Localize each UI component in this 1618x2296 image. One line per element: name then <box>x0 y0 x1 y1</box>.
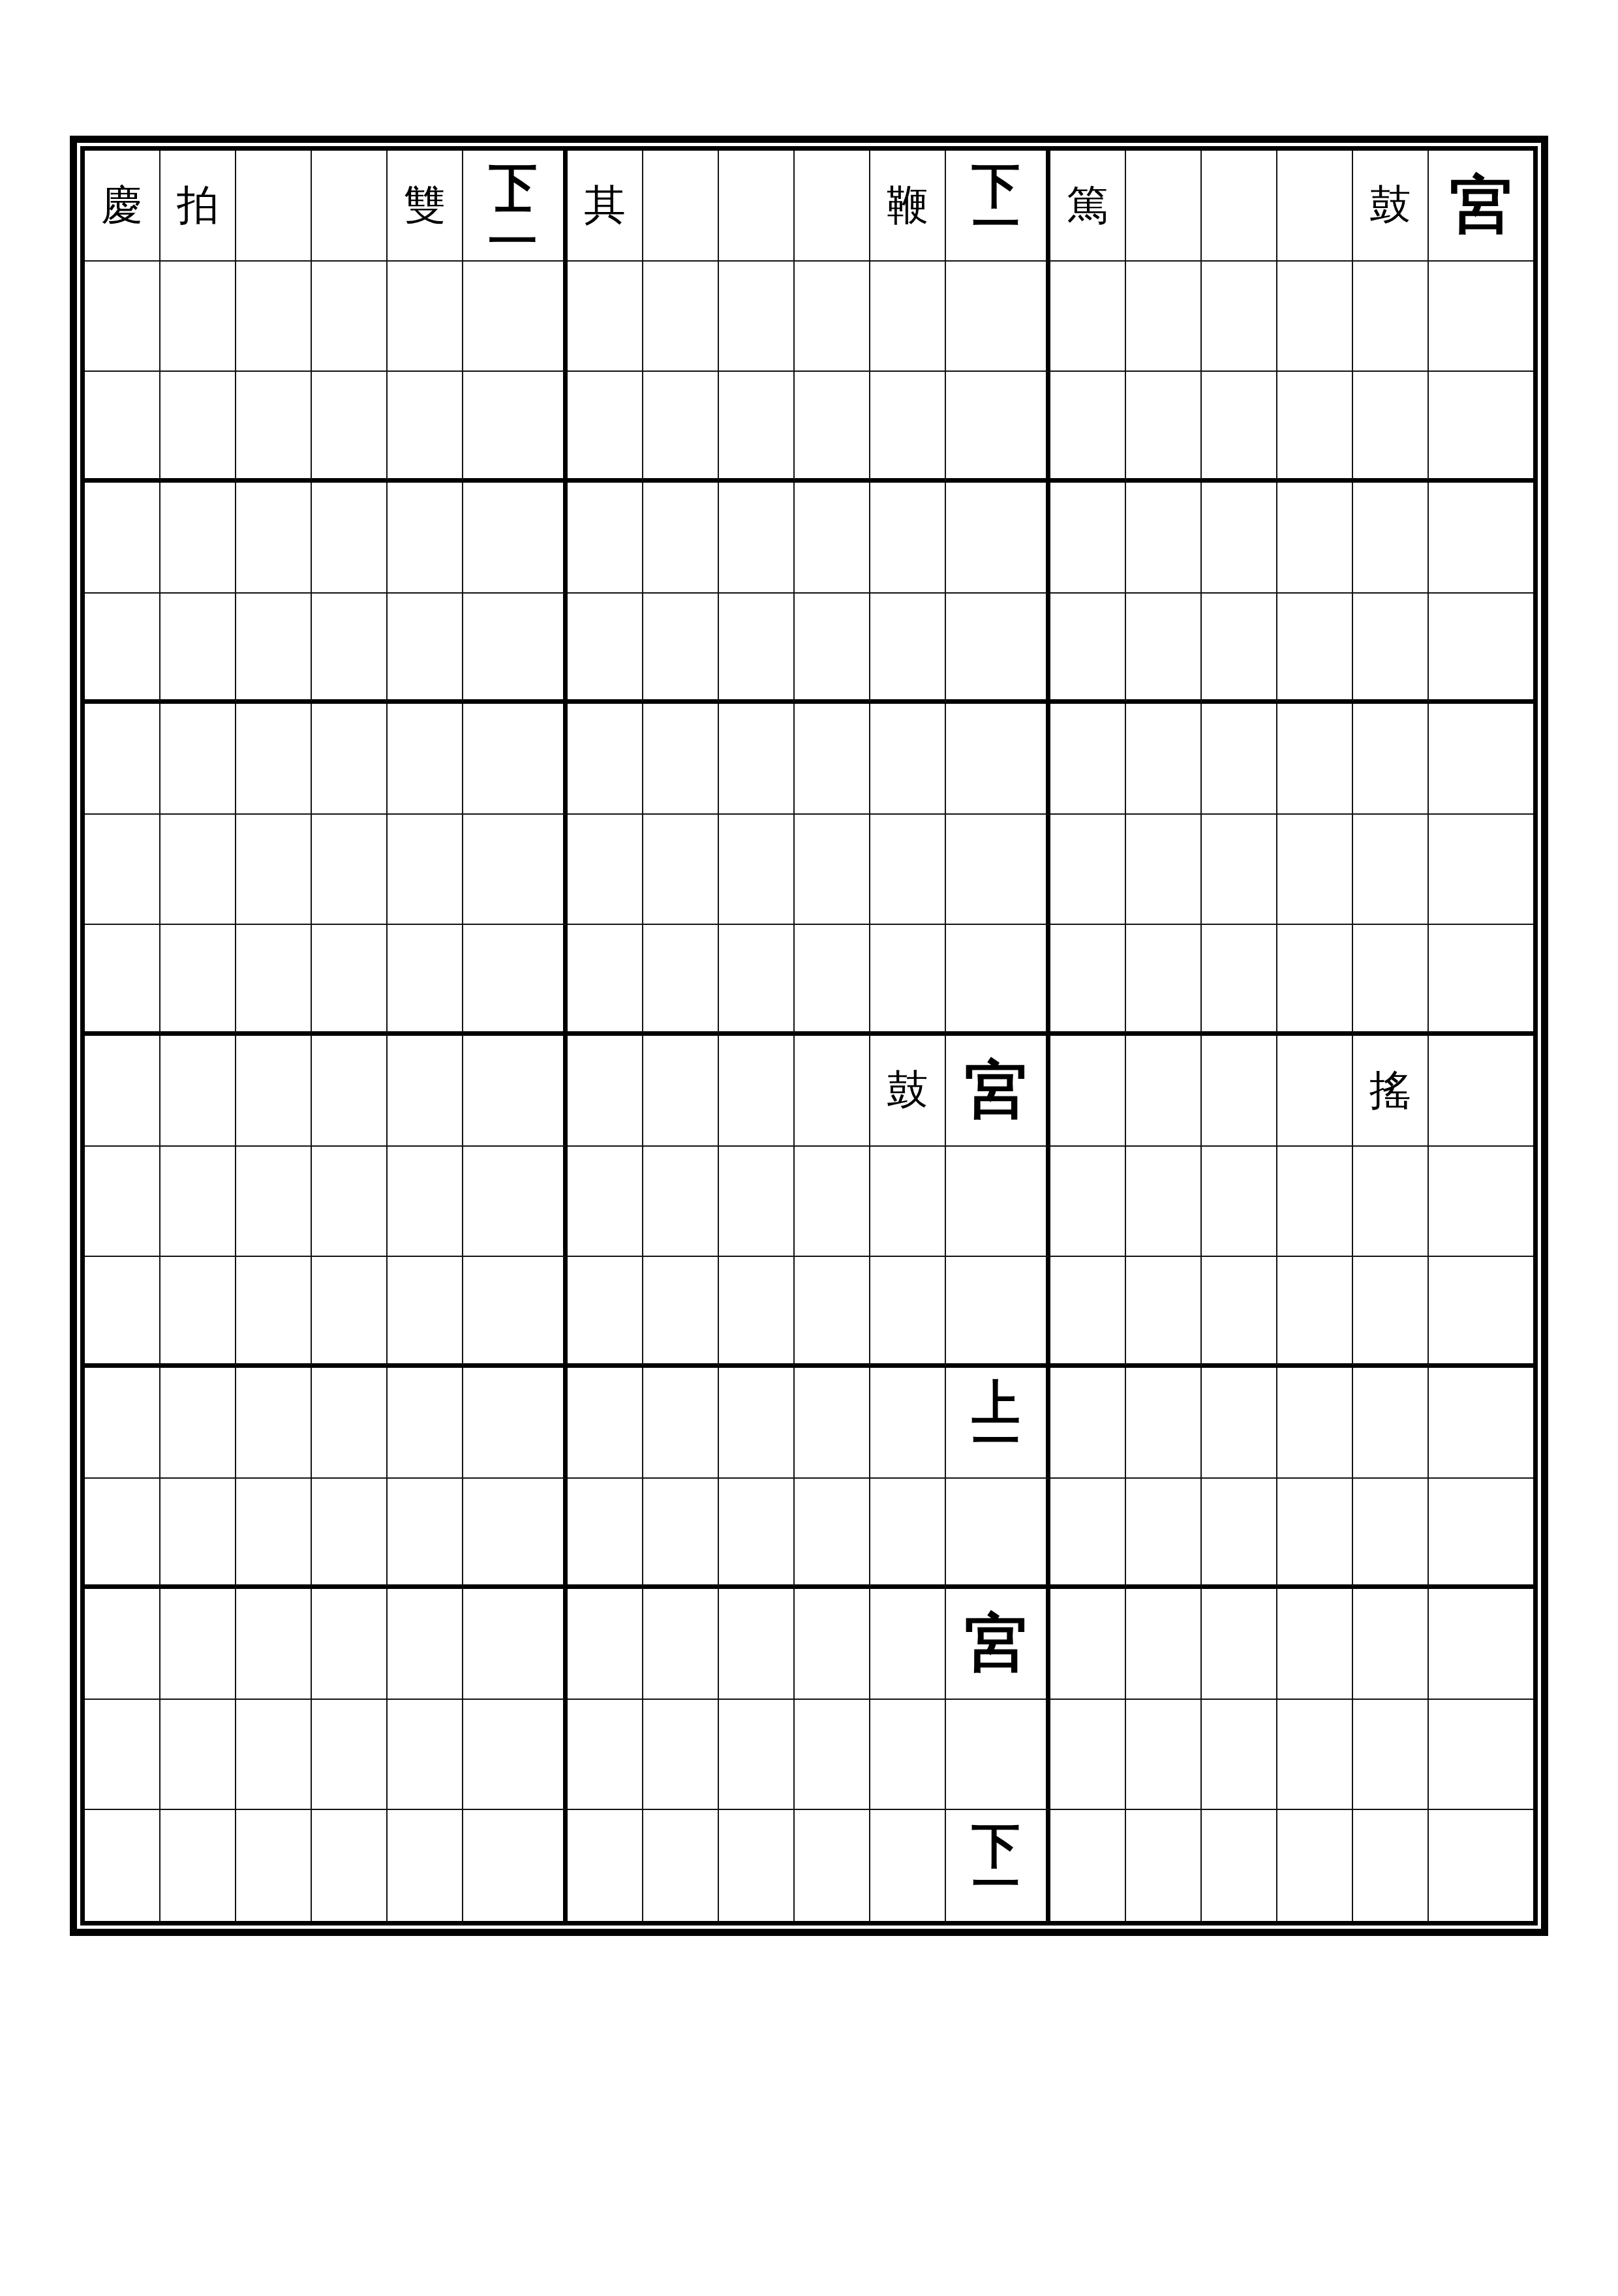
jeonggan-cell-r16c11 <box>870 1810 946 1921</box>
jeonggan-cell-r10c9 <box>719 1147 795 1258</box>
jeonggan-cell-r11c12 <box>946 1257 1050 1368</box>
jeonggan-cell-r10c10 <box>795 1147 870 1258</box>
jeonggan-cell-r5c8 <box>643 594 719 704</box>
jeonggan-cell-r13c10 <box>795 1479 870 1590</box>
jeonggan-cell-r6c2 <box>160 704 236 815</box>
jeonggan-cell-r12c14 <box>1126 1368 1202 1479</box>
jeonggan-cell-r14c18 <box>1429 1589 1533 1700</box>
jeonggan-cell-r3c14 <box>1126 372 1202 483</box>
jeonggan-cell-r15c18 <box>1429 1700 1533 1811</box>
jeonggan-cell-r10c5 <box>388 1147 463 1258</box>
jeonggan-cell-r13c12 <box>946 1479 1050 1590</box>
jeonggan-cell-r6c17 <box>1353 704 1429 815</box>
jeonggan-cell-r7c15 <box>1202 815 1277 926</box>
jeonggan-cell-r3c18 <box>1429 372 1533 483</box>
jeonggan-cell-r14c7 <box>568 1589 643 1700</box>
jeonggan-cell-r16c10 <box>795 1810 870 1921</box>
jeonggan-cell-r9c17: 搖 <box>1353 1036 1429 1147</box>
janggu-go-drum-stroke: 鼓 <box>1369 185 1411 226</box>
jeonggan-cell-r9c2 <box>160 1036 236 1147</box>
jeonggan-cell-r14c13 <box>1050 1589 1126 1700</box>
jeonggan-cell-r1c12: 下一 <box>946 151 1050 262</box>
jeonggan-cell-r5c15 <box>1202 594 1277 704</box>
jeonggan-cell-r5c17 <box>1353 594 1429 704</box>
jeonggan-cell-r13c7 <box>568 1479 643 1590</box>
jeonggan-cell-r5c18 <box>1429 594 1533 704</box>
jeonggan-cell-r5c10 <box>795 594 870 704</box>
jeonggan-cell-r5c13 <box>1050 594 1126 704</box>
jeonggan-cell-r15c10 <box>795 1700 870 1811</box>
jeonggan-cell-r8c16 <box>1277 925 1353 1036</box>
jeonggan-cell-r16c13 <box>1050 1810 1126 1921</box>
jeonggan-cell-r13c9 <box>719 1479 795 1590</box>
jeonggan-cell-r6c9 <box>719 704 795 815</box>
jeonggan-cell-r15c13 <box>1050 1700 1126 1811</box>
jeonggan-cell-r16c17 <box>1353 1810 1429 1921</box>
jeonggan-cell-r12c7 <box>568 1368 643 1479</box>
jeonggan-cell-r4c1 <box>85 483 160 594</box>
jeonggan-cell-r14c4 <box>312 1589 388 1700</box>
jeonggan-cell-r1c13: 篤 <box>1050 151 1126 262</box>
jeonggan-cell-r16c7 <box>568 1810 643 1921</box>
jeonggan-cell-r11c16 <box>1277 1257 1353 1368</box>
jeonggan-cell-r10c3 <box>236 1147 312 1258</box>
jeonggan-cell-r9c9 <box>719 1036 795 1147</box>
pitch-ha-il: 下一 <box>972 167 1020 244</box>
jeonggan-cell-r9c1 <box>85 1036 160 1147</box>
jeonggan-cell-r5c5 <box>388 594 463 704</box>
jeonggan-cell-r9c13 <box>1050 1036 1126 1147</box>
jeonggan-cell-r13c14 <box>1126 1479 1202 1590</box>
jeonggan-cell-r7c1 <box>85 815 160 926</box>
jeonggan-cell-r8c6 <box>463 925 568 1036</box>
jeonggan-cell-r14c6 <box>463 1589 568 1700</box>
jeonggan-cell-r8c12 <box>946 925 1050 1036</box>
jeonggan-cell-r9c10 <box>795 1036 870 1147</box>
score-board-outer-border: 慶拍雙下二其鞭下一篤鼓宮鼓宮搖上一宮下一 <box>70 136 1548 1936</box>
jeonggan-cell-r16c6 <box>463 1810 568 1921</box>
jeonggan-cell-r15c4 <box>312 1700 388 1811</box>
jeonggan-cell-r3c7 <box>568 372 643 483</box>
jeonggan-cell-r13c4 <box>312 1479 388 1590</box>
jeonggan-cell-r4c9 <box>719 483 795 594</box>
jeonggan-cell-r14c17 <box>1353 1589 1429 1700</box>
jeonggan-cell-r2c17 <box>1353 262 1429 372</box>
jeonggan-cell-r14c5 <box>388 1589 463 1700</box>
jeonggan-cell-r5c4 <box>312 594 388 704</box>
jeonggan-cell-r7c17 <box>1353 815 1429 926</box>
jeonggan-cell-r16c8 <box>643 1810 719 1921</box>
jeonggan-cell-r11c17 <box>1353 1257 1429 1368</box>
jeonggan-grid: 慶拍雙下二其鞭下一篤鼓宮鼓宮搖上一宮下一 <box>85 151 1533 1921</box>
jeonggan-cell-r7c5 <box>388 815 463 926</box>
jeonggan-cell-r1c3 <box>236 151 312 262</box>
jeonggan-cell-r10c6 <box>463 1147 568 1258</box>
jeonggan-cell-r6c13 <box>1050 704 1126 815</box>
jeonggan-cell-r1c2: 拍 <box>160 151 236 262</box>
jeonggan-cell-r1c10 <box>795 151 870 262</box>
jeonggan-cell-r6c11 <box>870 704 946 815</box>
jeonggan-cell-r11c9 <box>719 1257 795 1368</box>
jeonggan-cell-r8c17 <box>1353 925 1429 1036</box>
jeonggan-cell-r7c10 <box>795 815 870 926</box>
jeonggan-cell-r15c2 <box>160 1700 236 1811</box>
jeonggan-cell-r2c14 <box>1126 262 1202 372</box>
jeonggan-cell-r1c17: 鼓 <box>1353 151 1429 262</box>
jeonggan-cell-r14c1 <box>85 1589 160 1700</box>
jeonggan-cell-r16c15 <box>1202 1810 1277 1921</box>
jeonggan-cell-r4c8 <box>643 483 719 594</box>
jeonggan-cell-r8c8 <box>643 925 719 1036</box>
jeonggan-cell-r1c4 <box>312 151 388 262</box>
jeonggan-cell-r6c5 <box>388 704 463 815</box>
pitch-sang-il: 上一 <box>972 1384 1020 1461</box>
jeonggan-cell-r9c15 <box>1202 1036 1277 1147</box>
jeonggan-cell-r14c2 <box>160 1589 236 1700</box>
jeonggan-cell-r8c4 <box>312 925 388 1036</box>
jeonggan-cell-r6c14 <box>1126 704 1202 815</box>
jeonggan-cell-r4c2 <box>160 483 236 594</box>
jeonggan-cell-r13c11 <box>870 1479 946 1590</box>
janggu-yo-roll-stroke: 搖 <box>1369 1070 1411 1111</box>
jeonggan-cell-r3c1 <box>85 372 160 483</box>
jeonggan-cell-r3c10 <box>795 372 870 483</box>
jeonggan-cell-r2c9 <box>719 262 795 372</box>
jeonggan-cell-r8c2 <box>160 925 236 1036</box>
jeonggan-cell-r15c5 <box>388 1700 463 1811</box>
jeonggan-cell-r5c3 <box>236 594 312 704</box>
jeonggan-cell-r3c2 <box>160 372 236 483</box>
jeonggan-cell-r4c17 <box>1353 483 1429 594</box>
jeonggan-cell-r11c10 <box>795 1257 870 1368</box>
jeonggan-cell-r13c6 <box>463 1479 568 1590</box>
jeonggan-cell-r4c15 <box>1202 483 1277 594</box>
jeonggan-cell-r8c15 <box>1202 925 1277 1036</box>
jeonggan-cell-r16c12: 下一 <box>946 1810 1050 1921</box>
jeonggan-cell-r10c18 <box>1429 1147 1533 1258</box>
jeonggan-cell-r9c7 <box>568 1036 643 1147</box>
jeonggan-cell-r15c16 <box>1277 1700 1353 1811</box>
jeonggan-cell-r2c10 <box>795 262 870 372</box>
bak-clapper-stroke: 拍 <box>177 185 219 226</box>
jeonggan-cell-r1c1: 慶 <box>85 151 160 262</box>
jeonggan-cell-r3c5 <box>388 372 463 483</box>
jeonggan-cell-r5c16 <box>1277 594 1353 704</box>
jeonggan-cell-r2c5 <box>388 262 463 372</box>
jeonggan-cell-r9c5 <box>388 1036 463 1147</box>
jeonggan-cell-r12c16 <box>1277 1368 1353 1479</box>
janggu-pyeon-whip-stroke: 鞭 <box>887 185 928 226</box>
jeonggan-cell-r12c4 <box>312 1368 388 1479</box>
jeonggan-cell-r11c3 <box>236 1257 312 1368</box>
jeonggan-cell-r2c11 <box>870 262 946 372</box>
jeonggan-cell-r16c3 <box>236 1810 312 1921</box>
jeonggan-cell-r3c16 <box>1277 372 1353 483</box>
jeonggan-cell-r4c12 <box>946 483 1050 594</box>
jeonggan-cell-r7c13 <box>1050 815 1126 926</box>
jeonggan-cell-r16c4 <box>312 1810 388 1921</box>
lyric-syllable-gyeong: 慶 <box>101 185 143 226</box>
jeonggan-cell-r6c4 <box>312 704 388 815</box>
jeonggan-cell-r10c16 <box>1277 1147 1353 1258</box>
jeonggan-cell-r9c4 <box>312 1036 388 1147</box>
jeonggan-cell-r15c9 <box>719 1700 795 1811</box>
jeonggan-cell-r4c7 <box>568 483 643 594</box>
jeonggan-cell-r8c1 <box>85 925 160 1036</box>
jeonggan-cell-r11c13 <box>1050 1257 1126 1368</box>
jeonggan-cell-r5c2 <box>160 594 236 704</box>
jeonggan-cell-r7c2 <box>160 815 236 926</box>
jeonggan-cell-r12c8 <box>643 1368 719 1479</box>
jeonggan-cell-r3c17 <box>1353 372 1429 483</box>
jeonggan-cell-r9c11: 鼓 <box>870 1036 946 1147</box>
jeonggan-cell-r8c11 <box>870 925 946 1036</box>
jeonggan-cell-r16c14 <box>1126 1810 1202 1921</box>
jeonggan-cell-r6c1 <box>85 704 160 815</box>
jeonggan-cell-r15c12 <box>946 1700 1050 1811</box>
jeonggan-cell-r6c7 <box>568 704 643 815</box>
jeonggan-cell-r16c2 <box>160 1810 236 1921</box>
jeonggan-cell-r3c6 <box>463 372 568 483</box>
jeonggan-cell-r7c6 <box>463 815 568 926</box>
jeonggan-cell-r5c11 <box>870 594 946 704</box>
jeonggan-cell-r8c18 <box>1429 925 1533 1036</box>
jeonggan-cell-r6c16 <box>1277 704 1353 815</box>
jeonggan-cell-r14c10 <box>795 1589 870 1700</box>
jeonggan-cell-r11c14 <box>1126 1257 1202 1368</box>
jeonggan-cell-r12c12: 上一 <box>946 1368 1050 1479</box>
jeonggan-cell-r1c15 <box>1202 151 1277 262</box>
pitch-gung: 宮 <box>965 1059 1028 1122</box>
jeonggan-cell-r13c2 <box>160 1479 236 1590</box>
jeonggan-cell-r3c12 <box>946 372 1050 483</box>
jeonggan-cell-r10c2 <box>160 1147 236 1258</box>
jeonggan-cell-r15c14 <box>1126 1700 1202 1811</box>
jeonggan-cell-r6c10 <box>795 704 870 815</box>
jeonggan-cell-r1c8 <box>643 151 719 262</box>
jeonggan-cell-r5c12 <box>946 594 1050 704</box>
jeonggan-cell-r6c12 <box>946 704 1050 815</box>
janggu-ssang-double-stroke: 雙 <box>404 185 446 226</box>
jeonggan-cell-r12c13 <box>1050 1368 1126 1479</box>
pitch-ha-il: 下一 <box>972 1827 1020 1904</box>
jeonggan-cell-r9c3 <box>236 1036 312 1147</box>
jeonggan-cell-r13c13 <box>1050 1479 1126 1590</box>
jeonggan-cell-r4c3 <box>236 483 312 594</box>
jeonggan-cell-r7c12 <box>946 815 1050 926</box>
jeonggan-cell-r10c7 <box>568 1147 643 1258</box>
jeonggan-cell-r2c6 <box>463 262 568 372</box>
jeonggan-cell-r4c18 <box>1429 483 1533 594</box>
jeonggan-cell-r3c11 <box>870 372 946 483</box>
jeonggan-cell-r14c3 <box>236 1589 312 1700</box>
jeonggan-cell-r5c14 <box>1126 594 1202 704</box>
jeonggan-cell-r6c15 <box>1202 704 1277 815</box>
jeonggan-cell-r10c12 <box>946 1147 1050 1258</box>
pitch-gung: 宮 <box>965 1612 1028 1675</box>
jeonggan-cell-r1c16 <box>1277 151 1353 262</box>
jeonggan-cell-r2c4 <box>312 262 388 372</box>
jeonggan-cell-r15c1 <box>85 1700 160 1811</box>
jeonggan-cell-r2c13 <box>1050 262 1126 372</box>
jeonggan-cell-r1c5: 雙 <box>388 151 463 262</box>
jeonggan-cell-r2c3 <box>236 262 312 372</box>
jeonggan-cell-r2c7 <box>568 262 643 372</box>
jeonggan-cell-r8c9 <box>719 925 795 1036</box>
jeonggan-cell-r10c8 <box>643 1147 719 1258</box>
jeonggan-cell-r1c7: 其 <box>568 151 643 262</box>
jeonggan-cell-r11c15 <box>1202 1257 1277 1368</box>
jeonggan-cell-r12c2 <box>160 1368 236 1479</box>
jeonggan-cell-r10c15 <box>1202 1147 1277 1258</box>
jeonggan-cell-r3c9 <box>719 372 795 483</box>
jeonggan-cell-r12c15 <box>1202 1368 1277 1479</box>
jeonggan-cell-r13c15 <box>1202 1479 1277 1590</box>
jeonggan-cell-r8c14 <box>1126 925 1202 1036</box>
jeonggan-cell-r12c5 <box>388 1368 463 1479</box>
jeonggan-cell-r12c18 <box>1429 1368 1533 1479</box>
pitch-gung: 宮 <box>1450 174 1512 237</box>
jeonggan-cell-r12c10 <box>795 1368 870 1479</box>
jeonggan-cell-r10c11 <box>870 1147 946 1258</box>
jeonggan-cell-r11c2 <box>160 1257 236 1368</box>
jeonggan-cell-r2c8 <box>643 262 719 372</box>
score-board-inner-frame: 慶拍雙下二其鞭下一篤鼓宮鼓宮搖上一宮下一 <box>80 146 1538 1926</box>
jeonggan-cell-r15c17 <box>1353 1700 1429 1811</box>
jeonggan-cell-r10c13 <box>1050 1147 1126 1258</box>
jeonggan-cell-r11c7 <box>568 1257 643 1368</box>
jeonggan-cell-r7c9 <box>719 815 795 926</box>
jeonggan-cell-r16c9 <box>719 1810 795 1921</box>
jeonggan-cell-r12c1 <box>85 1368 160 1479</box>
jeonggan-cell-r6c6 <box>463 704 568 815</box>
jeonggan-cell-r15c3 <box>236 1700 312 1811</box>
jeonggan-cell-r15c11 <box>870 1700 946 1811</box>
jeonggan-cell-r8c13 <box>1050 925 1126 1036</box>
jeonggan-cell-r12c9 <box>719 1368 795 1479</box>
jeonggan-cell-r4c10 <box>795 483 870 594</box>
jeonggan-cell-r7c11 <box>870 815 946 926</box>
jeonggan-cell-r5c1 <box>85 594 160 704</box>
lyric-syllable-dok: 篤 <box>1067 185 1108 226</box>
jeonggan-cell-r7c8 <box>643 815 719 926</box>
jeonggan-cell-r6c18 <box>1429 704 1533 815</box>
jeonggan-cell-r12c17 <box>1353 1368 1429 1479</box>
jeonggan-cell-r4c11 <box>870 483 946 594</box>
jeonggan-cell-r10c1 <box>85 1147 160 1258</box>
jeonggan-cell-r14c15 <box>1202 1589 1277 1700</box>
pitch-ha-i: 下二 <box>489 167 538 244</box>
jeonggan-cell-r5c6 <box>463 594 568 704</box>
jeonggan-cell-r8c10 <box>795 925 870 1036</box>
jeonggan-cell-r16c16 <box>1277 1810 1353 1921</box>
jeonggan-cell-r9c18 <box>1429 1036 1533 1147</box>
jeonggan-cell-r16c18 <box>1429 1810 1533 1921</box>
jeonggan-cell-r13c8 <box>643 1479 719 1590</box>
jeonggan-cell-r2c16 <box>1277 262 1353 372</box>
jeonggan-cell-r13c17 <box>1353 1479 1429 1590</box>
jeonggan-cell-r4c6 <box>463 483 568 594</box>
jeonggan-cell-r14c11 <box>870 1589 946 1700</box>
jeonggan-cell-r11c1 <box>85 1257 160 1368</box>
jeonggan-cell-r14c12: 宮 <box>946 1589 1050 1700</box>
jeonggan-cell-r4c14 <box>1126 483 1202 594</box>
jeonggan-cell-r7c7 <box>568 815 643 926</box>
jeonggan-cell-r7c18 <box>1429 815 1533 926</box>
jeonggan-cell-r3c15 <box>1202 372 1277 483</box>
jeonggan-cell-r10c14 <box>1126 1147 1202 1258</box>
jeonggan-cell-r2c2 <box>160 262 236 372</box>
jeonggan-cell-r9c16 <box>1277 1036 1353 1147</box>
jeonggan-cell-r3c4 <box>312 372 388 483</box>
lyric-syllable-gi: 其 <box>584 185 626 226</box>
jeonggan-cell-r1c9 <box>719 151 795 262</box>
jeonggan-cell-r1c6: 下二 <box>463 151 568 262</box>
jeonggan-cell-r14c9 <box>719 1589 795 1700</box>
jeonggan-cell-r6c8 <box>643 704 719 815</box>
jeonggan-cell-r4c16 <box>1277 483 1353 594</box>
jeonggan-cell-r4c4 <box>312 483 388 594</box>
jeonggan-cell-r7c14 <box>1126 815 1202 926</box>
jeonggan-cell-r9c6 <box>463 1036 568 1147</box>
jeonggan-cell-r7c4 <box>312 815 388 926</box>
jeonggan-cell-r1c18: 宮 <box>1429 151 1533 262</box>
jeonggan-cell-r11c6 <box>463 1257 568 1368</box>
jeonggan-cell-r14c16 <box>1277 1589 1353 1700</box>
jeonggan-cell-r13c16 <box>1277 1479 1353 1590</box>
jeonggan-cell-r9c12: 宮 <box>946 1036 1050 1147</box>
jeonggan-cell-r14c14 <box>1126 1589 1202 1700</box>
jeonggan-cell-r8c3 <box>236 925 312 1036</box>
jeonggan-cell-r11c8 <box>643 1257 719 1368</box>
jeonggan-cell-r12c3 <box>236 1368 312 1479</box>
jeonggan-cell-r3c3 <box>236 372 312 483</box>
jeonggan-cell-r5c7 <box>568 594 643 704</box>
jeonggan-cell-r14c8 <box>643 1589 719 1700</box>
jeonggan-cell-r1c11: 鞭 <box>870 151 946 262</box>
jeonggan-cell-r12c6 <box>463 1368 568 1479</box>
jeonggan-cell-r2c18 <box>1429 262 1533 372</box>
jeonggan-cell-r11c18 <box>1429 1257 1533 1368</box>
jeonggan-cell-r5c9 <box>719 594 795 704</box>
jeonggan-cell-r13c1 <box>85 1479 160 1590</box>
jeonggan-cell-r10c4 <box>312 1147 388 1258</box>
jeonggan-cell-r13c3 <box>236 1479 312 1590</box>
jeonggan-cell-r13c5 <box>388 1479 463 1590</box>
jeonggan-cell-r10c17 <box>1353 1147 1429 1258</box>
jeonggan-cell-r9c14 <box>1126 1036 1202 1147</box>
jeonggan-cell-r7c3 <box>236 815 312 926</box>
jeonggan-cell-r3c8 <box>643 372 719 483</box>
jeonggan-cell-r12c11 <box>870 1368 946 1479</box>
jeonggan-cell-r11c11 <box>870 1257 946 1368</box>
jeonggan-cell-r15c7 <box>568 1700 643 1811</box>
jeonggan-cell-r2c1 <box>85 262 160 372</box>
jeonggan-cell-r6c3 <box>236 704 312 815</box>
jeonggan-cell-r15c15 <box>1202 1700 1277 1811</box>
jeonggan-cell-r16c1 <box>85 1810 160 1921</box>
jeonggan-cell-r2c15 <box>1202 262 1277 372</box>
jeonggan-cell-r13c18 <box>1429 1479 1533 1590</box>
jeonggan-cell-r2c12 <box>946 262 1050 372</box>
jeonggan-cell-r1c14 <box>1126 151 1202 262</box>
janggu-go-drum-stroke: 鼓 <box>887 1070 928 1111</box>
jeonggan-cell-r9c8 <box>643 1036 719 1147</box>
jeonggan-cell-r7c16 <box>1277 815 1353 926</box>
jeonggan-cell-r11c5 <box>388 1257 463 1368</box>
jeonggan-cell-r8c5 <box>388 925 463 1036</box>
jeonggan-cell-r16c5 <box>388 1810 463 1921</box>
